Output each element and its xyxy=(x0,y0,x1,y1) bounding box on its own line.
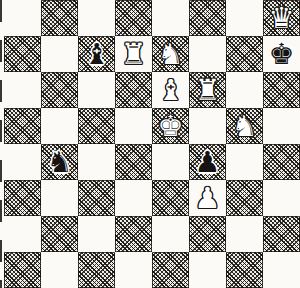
square-f2 xyxy=(189,216,226,252)
square-e6: ♝ xyxy=(152,72,189,108)
white-pawn-f3-piece: ♟ xyxy=(189,180,226,216)
square-e7: ♞ xyxy=(152,36,189,72)
square-c6 xyxy=(78,72,115,108)
square-b4: ♞ xyxy=(41,144,78,180)
square-h2 xyxy=(263,216,300,252)
square-c7: ♝ xyxy=(78,36,115,72)
white-rook-f6-piece: ♜ xyxy=(189,72,226,108)
square-b6 xyxy=(41,72,78,108)
white-queen-h8-piece: ♛ xyxy=(263,0,300,36)
square-d3 xyxy=(115,180,152,216)
square-a2 xyxy=(4,216,41,252)
square-e3 xyxy=(152,180,189,216)
white-rook-d7-piece: ♜ xyxy=(115,36,152,72)
square-d5 xyxy=(115,108,152,144)
white-bishop-e6-piece: ♝ xyxy=(152,72,189,108)
black-knight-b4-piece: ♞ xyxy=(41,144,78,180)
square-c5 xyxy=(78,108,115,144)
square-d4 xyxy=(115,144,152,180)
square-g5: ♞ xyxy=(226,108,263,144)
square-b3 xyxy=(41,180,78,216)
square-g2 xyxy=(226,216,263,252)
square-g6 xyxy=(226,72,263,108)
square-e2 xyxy=(152,216,189,252)
square-c2 xyxy=(78,216,115,252)
white-knight-g5-piece: ♞ xyxy=(226,108,263,144)
square-f1 xyxy=(189,252,226,288)
square-h4 xyxy=(263,144,300,180)
square-e1 xyxy=(152,252,189,288)
square-b7 xyxy=(41,36,78,72)
square-a7 xyxy=(4,36,41,72)
page-edge-line xyxy=(0,0,2,288)
chess-board: ♛♝♜♞♚♝♜♚♞♞♟♟ xyxy=(4,0,300,288)
square-c4 xyxy=(78,144,115,180)
square-e4 xyxy=(152,144,189,180)
square-d7: ♜ xyxy=(115,36,152,72)
square-h5 xyxy=(263,108,300,144)
square-h8: ♛ xyxy=(263,0,300,36)
square-g4 xyxy=(226,144,263,180)
square-d6 xyxy=(115,72,152,108)
white-king-e5-piece: ♚ xyxy=(152,108,189,144)
square-d2 xyxy=(115,216,152,252)
black-king-h7-piece: ♚ xyxy=(263,36,300,72)
square-e8 xyxy=(152,0,189,36)
square-d8 xyxy=(115,0,152,36)
square-h1 xyxy=(263,252,300,288)
square-b1 xyxy=(41,252,78,288)
square-b5 xyxy=(41,108,78,144)
square-b2 xyxy=(41,216,78,252)
square-a3 xyxy=(4,180,41,216)
square-h7: ♚ xyxy=(263,36,300,72)
square-a5 xyxy=(4,108,41,144)
square-f5 xyxy=(189,108,226,144)
chess-diagram: ♛♝♜♞♚♝♜♚♞♞♟♟ xyxy=(0,0,300,288)
black-bishop-c7-piece: ♝ xyxy=(78,36,115,72)
square-c1 xyxy=(78,252,115,288)
square-g1 xyxy=(226,252,263,288)
square-f4: ♟ xyxy=(189,144,226,180)
square-g3 xyxy=(226,180,263,216)
square-a1 xyxy=(4,252,41,288)
square-e5: ♚ xyxy=(152,108,189,144)
square-g7 xyxy=(226,36,263,72)
square-a6 xyxy=(4,72,41,108)
black-pawn-f4-piece: ♟ xyxy=(189,144,226,180)
square-g8 xyxy=(226,0,263,36)
white-knight-e7-piece: ♞ xyxy=(152,36,189,72)
square-f3: ♟ xyxy=(189,180,226,216)
square-c3 xyxy=(78,180,115,216)
square-f7 xyxy=(189,36,226,72)
square-b8 xyxy=(41,0,78,36)
square-h3 xyxy=(263,180,300,216)
square-c8 xyxy=(78,0,115,36)
square-d1 xyxy=(115,252,152,288)
square-a8 xyxy=(4,0,41,36)
square-f6: ♜ xyxy=(189,72,226,108)
square-a4 xyxy=(4,144,41,180)
square-f8 xyxy=(189,0,226,36)
square-h6 xyxy=(263,72,300,108)
